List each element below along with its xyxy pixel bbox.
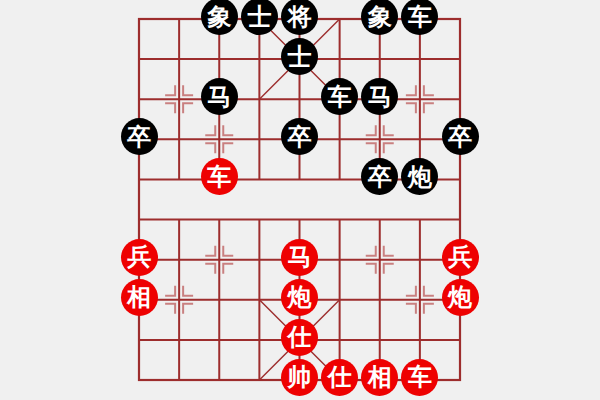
piece-black-soldier[interactable]: 卒 [281,118,318,155]
piece-red-advisor[interactable]: 仕 [321,359,358,396]
piece-black-soldier[interactable]: 卒 [361,158,398,195]
piece-black-soldier[interactable]: 卒 [442,118,479,155]
piece-black-soldier[interactable]: 卒 [121,118,158,155]
piece-black-advisor[interactable]: 士 [281,38,318,75]
piece-black-chariot[interactable]: 车 [401,0,438,35]
piece-black-cannon[interactable]: 炮 [401,158,438,195]
piece-red-chariot[interactable]: 车 [201,158,238,195]
piece-red-elephant[interactable]: 相 [361,359,398,396]
xiangqi-window: 象士将象车士马车马卒卒卒车卒炮兵马兵相炮炮仕帅仕相车 [0,0,600,400]
piece-black-elephant[interactable]: 象 [361,0,398,35]
piece-red-chariot[interactable]: 车 [401,359,438,396]
piece-red-cannon[interactable]: 炮 [442,279,479,316]
piece-red-cannon[interactable]: 炮 [281,279,318,316]
piece-red-soldier[interactable]: 兵 [121,239,158,276]
piece-black-advisor[interactable]: 士 [241,0,278,35]
piece-black-general[interactable]: 将 [281,0,318,35]
piece-red-soldier[interactable]: 兵 [442,239,479,276]
piece-black-elephant[interactable]: 象 [201,0,238,35]
piece-black-horse[interactable]: 马 [361,78,398,115]
piece-black-chariot[interactable]: 车 [321,78,358,115]
piece-red-horse[interactable]: 马 [281,239,318,276]
piece-red-advisor[interactable]: 仕 [281,319,318,356]
piece-red-general[interactable]: 帅 [281,359,318,396]
piece-red-elephant[interactable]: 相 [121,279,158,316]
piece-black-horse[interactable]: 马 [201,78,238,115]
pieces-layer: 象士将象车士马车马卒卒卒车卒炮兵马兵相炮炮仕帅仕相车 [0,0,600,400]
